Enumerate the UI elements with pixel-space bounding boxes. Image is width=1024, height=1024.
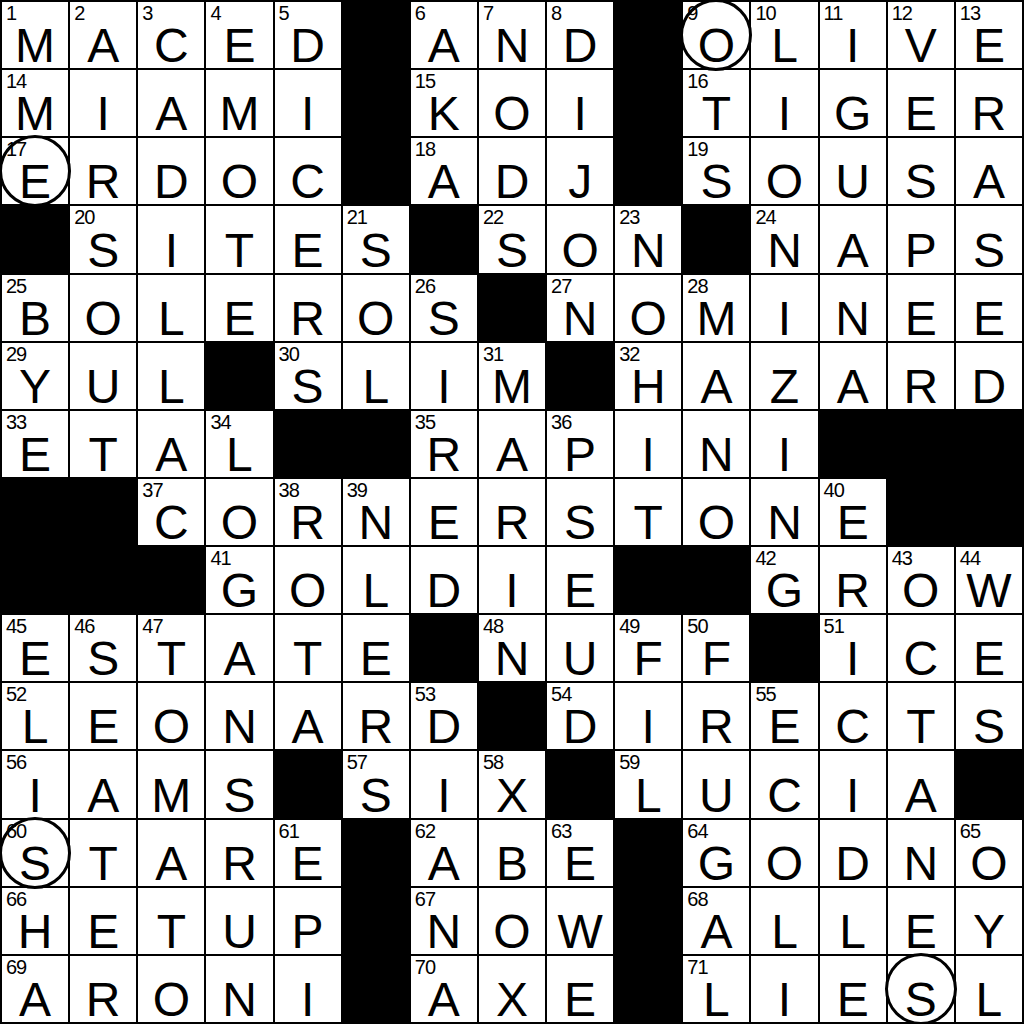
cell-r12c11[interactable]: U (683, 751, 749, 817)
cell-r5c14[interactable]: E (888, 275, 954, 341)
cell-r11c1[interactable]: 52L (2, 683, 68, 749)
cell-r15c15[interactable]: L (956, 956, 1022, 1022)
cell-r4c2[interactable]: 20S (70, 206, 136, 272)
clue-number: 43 (892, 548, 912, 569)
cell-r12c2[interactable]: A (70, 751, 136, 817)
cell-letter: D (411, 567, 477, 615)
cell-letter: E (888, 295, 954, 343)
cell-r8c10[interactable]: T (615, 479, 681, 545)
black-square-r1c6 (343, 2, 409, 68)
clue-number: 54 (551, 684, 571, 705)
cell-r15c2[interactable]: R (70, 956, 136, 1022)
clue-number: 30 (279, 344, 299, 365)
cell-letter: I (547, 90, 613, 138)
black-square-r10c7 (411, 615, 477, 681)
cell-r3c7[interactable]: 18A (411, 138, 477, 204)
cell-r2c15[interactable]: R (956, 70, 1022, 136)
cell-r9c7[interactable]: D (411, 547, 477, 613)
cell-r14c4[interactable]: U (206, 888, 272, 954)
cell-r3c15[interactable]: A (956, 138, 1022, 204)
cell-r4c14[interactable]: P (888, 206, 954, 272)
cell-r11c11[interactable]: R (683, 683, 749, 749)
black-square-r1c10 (615, 2, 681, 68)
cell-r9c9[interactable]: E (547, 547, 613, 613)
cell-r12c7[interactable]: I (411, 751, 477, 817)
cell-r5c13[interactable]: N (820, 275, 886, 341)
cell-letter: W (547, 908, 613, 956)
cell-r13c3[interactable]: A (138, 820, 204, 886)
cell-letter: O (138, 703, 204, 751)
cell-letter: M (683, 295, 749, 343)
black-square-r7c15 (956, 411, 1022, 477)
cell-letter: N (206, 703, 272, 751)
cell-r13c5[interactable]: 61E (275, 820, 341, 886)
black-square-r8c1 (2, 479, 68, 545)
cell-r14c5[interactable]: P (275, 888, 341, 954)
cell-r10c3[interactable]: 47T (138, 615, 204, 681)
cell-r13c1[interactable]: 60S (2, 820, 68, 886)
cell-r9c12[interactable]: 42G (751, 547, 817, 613)
cell-r4c8[interactable]: 22S (479, 206, 545, 272)
cell-r12c6[interactable]: 57S (343, 751, 409, 817)
cell-r14c9[interactable]: W (547, 888, 613, 954)
cell-letter: O (956, 840, 1022, 888)
cell-r10c5[interactable]: T (275, 615, 341, 681)
cell-r5c9[interactable]: 27N (547, 275, 613, 341)
cell-r10c10[interactable]: 49F (615, 615, 681, 681)
cell-r11c6[interactable]: R (343, 683, 409, 749)
cell-r13c4[interactable]: R (206, 820, 272, 886)
cell-r13c15[interactable]: 65O (956, 820, 1022, 886)
cell-r15c1[interactable]: 69A (2, 956, 68, 1022)
cell-letter: T (138, 908, 204, 956)
cell-r13c7[interactable]: 62A (411, 820, 477, 886)
cell-r3c5[interactable]: C (275, 138, 341, 204)
cell-letter: G (206, 567, 272, 615)
cell-letter: E (820, 976, 886, 1024)
cell-r7c8[interactable]: A (479, 411, 545, 477)
clue-number: 66 (6, 889, 26, 910)
cell-r6c6[interactable]: L (343, 343, 409, 409)
cell-letter: A (683, 363, 749, 411)
cell-r10c1[interactable]: 45E (2, 615, 68, 681)
black-square-r9c3 (138, 547, 204, 613)
cell-r5c5[interactable]: R (275, 275, 341, 341)
cell-r12c12[interactable]: C (751, 751, 817, 817)
cell-r11c13[interactable]: C (820, 683, 886, 749)
cell-r10c15[interactable]: E (956, 615, 1022, 681)
cell-r5c2[interactable]: O (70, 275, 136, 341)
cell-r6c2[interactable]: U (70, 343, 136, 409)
cell-letter: S (70, 635, 136, 683)
cell-r1c2[interactable]: 2A (70, 2, 136, 68)
cell-r10c14[interactable]: C (888, 615, 954, 681)
cell-r5c15[interactable]: E (956, 275, 1022, 341)
cell-letter: I (820, 22, 886, 70)
cell-r1c13[interactable]: 11I (820, 2, 886, 68)
cell-r15c7[interactable]: 70A (411, 956, 477, 1022)
cell-letter: F (683, 635, 749, 683)
cell-r4c15[interactable]: S (956, 206, 1022, 272)
cell-r3c8[interactable]: D (479, 138, 545, 204)
black-square-r7c13 (820, 411, 886, 477)
cell-r6c11[interactable]: A (683, 343, 749, 409)
cell-r5c12[interactable]: I (751, 275, 817, 341)
black-square-r15c6 (343, 956, 409, 1022)
cell-r1c1[interactable]: 1M (2, 2, 68, 68)
cell-r8c5[interactable]: 38R (275, 479, 341, 545)
clue-number: 65 (960, 821, 980, 842)
cell-r9c15[interactable]: 44W (956, 547, 1022, 613)
cell-r6c5[interactable]: 30S (275, 343, 341, 409)
black-square-r7c6 (343, 411, 409, 477)
cell-r9c8[interactable]: I (479, 547, 545, 613)
cell-r2c14[interactable]: E (888, 70, 954, 136)
cell-r7c9[interactable]: 36P (547, 411, 613, 477)
cell-letter: S (683, 158, 749, 206)
cell-letter: C (751, 772, 817, 820)
cell-r8c6[interactable]: 39N (343, 479, 409, 545)
cell-r14c3[interactable]: T (138, 888, 204, 954)
cell-r4c3[interactable]: I (138, 206, 204, 272)
cell-letter: X (479, 772, 545, 820)
clue-number: 34 (210, 412, 230, 433)
cell-letter: N (547, 295, 613, 343)
cell-r14c7[interactable]: 67N (411, 888, 477, 954)
cell-r4c4[interactable]: T (206, 206, 272, 272)
cell-r5c11[interactable]: 28M (683, 275, 749, 341)
cell-r3c13[interactable]: U (820, 138, 886, 204)
cell-letter: T (683, 90, 749, 138)
cell-r4c9[interactable]: O (547, 206, 613, 272)
cell-letter: I (138, 227, 204, 275)
cell-letter: A (138, 90, 204, 138)
cell-r7c10[interactable]: I (615, 411, 681, 477)
cell-r10c6[interactable]: E (343, 615, 409, 681)
cell-r2c1[interactable]: 14M (2, 70, 68, 136)
cell-letter: I (615, 703, 681, 751)
cell-r9c4[interactable]: 41G (206, 547, 272, 613)
cell-letter: O (547, 227, 613, 275)
cell-r11c10[interactable]: I (615, 683, 681, 749)
cell-r13c2[interactable]: T (70, 820, 136, 886)
cell-r15c5[interactable]: I (275, 956, 341, 1022)
cell-letter: L (138, 295, 204, 343)
cell-r3c4[interactable]: O (206, 138, 272, 204)
cell-r12c10[interactable]: 59L (615, 751, 681, 817)
cell-r11c14[interactable]: T (888, 683, 954, 749)
cell-r15c3[interactable]: O (138, 956, 204, 1022)
cell-r13c12[interactable]: O (751, 820, 817, 886)
clue-number: 56 (6, 752, 26, 773)
cell-r15c4[interactable]: N (206, 956, 272, 1022)
cell-r10c11[interactable]: 50F (683, 615, 749, 681)
black-square-r15c10 (615, 956, 681, 1022)
cell-r14c14[interactable]: E (888, 888, 954, 954)
cell-r2c2[interactable]: I (70, 70, 136, 136)
cell-letter: O (683, 22, 749, 70)
cell-r10c4[interactable]: A (206, 615, 272, 681)
cell-letter: E (956, 635, 1022, 683)
cell-r7c3[interactable]: A (138, 411, 204, 477)
cell-letter: E (206, 295, 272, 343)
cell-r14c1[interactable]: 66H (2, 888, 68, 954)
cell-r3c1[interactable]: 17E (2, 138, 68, 204)
cell-r11c9[interactable]: 54D (547, 683, 613, 749)
cell-r13c8[interactable]: B (479, 820, 545, 886)
cell-r11c3[interactable]: O (138, 683, 204, 749)
cell-r5c6[interactable]: O (343, 275, 409, 341)
clue-number: 32 (619, 344, 639, 365)
cell-letter: O (683, 499, 749, 547)
cell-r13c11[interactable]: 64G (683, 820, 749, 886)
cell-r11c15[interactable]: S (956, 683, 1022, 749)
cell-r1c3[interactable]: 3C (138, 2, 204, 68)
cell-letter: H (2, 908, 68, 956)
clue-number: 19 (687, 139, 707, 160)
cell-r4c6[interactable]: 21S (343, 206, 409, 272)
cell-letter: J (547, 158, 613, 206)
cell-letter: T (70, 840, 136, 888)
clue-number: 24 (755, 207, 775, 228)
cell-r7c11[interactable]: N (683, 411, 749, 477)
cell-r8c8[interactable]: R (479, 479, 545, 545)
cell-r12c14[interactable]: A (888, 751, 954, 817)
cell-r2c5[interactable]: I (275, 70, 341, 136)
clue-number: 5 (279, 3, 289, 24)
cell-letter: A (479, 431, 545, 479)
cell-r7c1[interactable]: 33E (2, 411, 68, 477)
cell-letter: D (479, 158, 545, 206)
cell-letter: P (547, 431, 613, 479)
cell-r8c3[interactable]: 37C (138, 479, 204, 545)
cell-r8c7[interactable]: E (411, 479, 477, 545)
cell-letter: O (615, 295, 681, 343)
cell-r10c2[interactable]: 46S (70, 615, 136, 681)
cell-r10c8[interactable]: 48N (479, 615, 545, 681)
cell-letter: T (138, 635, 204, 683)
cell-r1c15[interactable]: 13E (956, 2, 1022, 68)
cell-r6c15[interactable]: D (956, 343, 1022, 409)
cell-r4c5[interactable]: E (275, 206, 341, 272)
cell-letter: N (206, 976, 272, 1024)
cell-r3c9[interactable]: J (547, 138, 613, 204)
clue-number: 4 (210, 3, 220, 24)
cell-r1c9[interactable]: 8D (547, 2, 613, 68)
cell-r7c7[interactable]: 35R (411, 411, 477, 477)
cell-r3c2[interactable]: R (70, 138, 136, 204)
cell-r14c15[interactable]: Y (956, 888, 1022, 954)
cell-letter: R (70, 158, 136, 206)
cell-letter: O (70, 295, 136, 343)
cell-letter: A (275, 703, 341, 751)
cell-letter: E (2, 635, 68, 683)
cell-r15c8[interactable]: X (479, 956, 545, 1022)
cell-r12c8[interactable]: 58X (479, 751, 545, 817)
cell-letter: C (138, 499, 204, 547)
black-square-r14c10 (615, 888, 681, 954)
cell-letter: E (547, 976, 613, 1024)
cell-r2c7[interactable]: 15K (411, 70, 477, 136)
cell-letter: A (820, 227, 886, 275)
cell-r11c5[interactable]: A (275, 683, 341, 749)
cell-r12c1[interactable]: 56I (2, 751, 68, 817)
cell-r13c9[interactable]: 63E (547, 820, 613, 886)
cell-r12c3[interactable]: M (138, 751, 204, 817)
cell-r15c13[interactable]: E (820, 956, 886, 1022)
cell-letter: O (206, 499, 272, 547)
black-square-r12c9 (547, 751, 613, 817)
cell-r9c6[interactable]: L (343, 547, 409, 613)
cell-r8c4[interactable]: O (206, 479, 272, 545)
cell-letter: L (343, 363, 409, 411)
cell-r7c2[interactable]: T (70, 411, 136, 477)
cell-r8c11[interactable]: O (683, 479, 749, 545)
cell-letter: G (683, 840, 749, 888)
cell-letter: D (956, 363, 1022, 411)
cell-letter: C (820, 703, 886, 751)
cell-letter: S (888, 158, 954, 206)
cell-letter: C (138, 22, 204, 70)
cell-r9c14[interactable]: 43O (888, 547, 954, 613)
clue-number: 69 (6, 957, 26, 978)
cell-r2c11[interactable]: 16T (683, 70, 749, 136)
cell-r14c13[interactable]: L (820, 888, 886, 954)
cell-letter: E (547, 840, 613, 888)
cell-r11c4[interactable]: N (206, 683, 272, 749)
cell-letter: T (888, 703, 954, 751)
cell-r5c7[interactable]: 26S (411, 275, 477, 341)
cell-letter: L (683, 976, 749, 1024)
cell-letter: N (615, 227, 681, 275)
cell-letter: I (820, 635, 886, 683)
cell-r15c11[interactable]: 71L (683, 956, 749, 1022)
cell-r2c9[interactable]: I (547, 70, 613, 136)
cell-r12c13[interactable]: I (820, 751, 886, 817)
cell-letter: L (820, 908, 886, 956)
cell-r6c7[interactable]: I (411, 343, 477, 409)
cell-r5c1[interactable]: 25B (2, 275, 68, 341)
cell-r13c13[interactable]: D (820, 820, 886, 886)
cell-r2c4[interactable]: M (206, 70, 272, 136)
cell-r15c14[interactable]: S (888, 956, 954, 1022)
clue-number: 45 (6, 616, 26, 637)
clue-number: 47 (142, 616, 162, 637)
clue-number: 48 (483, 616, 503, 637)
cell-r8c13[interactable]: 40E (820, 479, 886, 545)
cell-r1c8[interactable]: 7N (479, 2, 545, 68)
cell-r1c7[interactable]: 6A (411, 2, 477, 68)
cell-letter: A (683, 908, 749, 956)
cell-r4c12[interactable]: 24N (751, 206, 817, 272)
cell-letter: A (956, 158, 1022, 206)
cell-r10c13[interactable]: 51I (820, 615, 886, 681)
cell-r11c2[interactable]: E (70, 683, 136, 749)
cell-r11c12[interactable]: 55E (751, 683, 817, 749)
cell-r13c14[interactable]: N (888, 820, 954, 886)
cell-r3c14[interactable]: S (888, 138, 954, 204)
cell-r5c10[interactable]: O (615, 275, 681, 341)
cell-r10c9[interactable]: U (547, 615, 613, 681)
cell-letter: C (888, 635, 954, 683)
clue-number: 64 (687, 821, 707, 842)
cell-r2c8[interactable]: O (479, 70, 545, 136)
cell-r14c11[interactable]: 68A (683, 888, 749, 954)
cell-r2c12[interactable]: I (751, 70, 817, 136)
cell-letter: E (888, 908, 954, 956)
cell-r3c12[interactable]: O (751, 138, 817, 204)
cell-letter: O (206, 158, 272, 206)
clue-number: 15 (415, 71, 435, 92)
cell-r14c8[interactable]: O (479, 888, 545, 954)
cell-letter: N (411, 908, 477, 956)
clue-number: 25 (6, 276, 26, 297)
cell-r7c12[interactable]: I (751, 411, 817, 477)
cell-r6c8[interactable]: 31M (479, 343, 545, 409)
cell-r9c13[interactable]: R (820, 547, 886, 613)
cell-r8c12[interactable]: N (751, 479, 817, 545)
cell-r5c3[interactable]: L (138, 275, 204, 341)
cell-r1c11[interactable]: 9O (683, 2, 749, 68)
cell-letter: Y (956, 908, 1022, 956)
crossword-grid: 1M2A3C4E5D6A7N8D9O10L11I12V13E14MIAMI15K… (0, 0, 1024, 1024)
cell-r1c5[interactable]: 5D (275, 2, 341, 68)
cell-letter: O (343, 295, 409, 343)
cell-r6c14[interactable]: R (888, 343, 954, 409)
cell-r6c10[interactable]: 32H (615, 343, 681, 409)
cell-letter: S (479, 227, 545, 275)
cell-r2c13[interactable]: G (820, 70, 886, 136)
cell-r12c4[interactable]: S (206, 751, 272, 817)
black-square-r10c12 (751, 615, 817, 681)
cell-r1c4[interactable]: 4E (206, 2, 272, 68)
cell-r3c3[interactable]: D (138, 138, 204, 204)
cell-r8c9[interactable]: S (547, 479, 613, 545)
cell-letter: O (275, 567, 341, 615)
cell-letter: E (547, 567, 613, 615)
cell-r1c12[interactable]: 10L (751, 2, 817, 68)
cell-letter: M (2, 90, 68, 138)
cell-letter: S (956, 227, 1022, 275)
cell-r9c5[interactable]: O (275, 547, 341, 613)
cell-letter: E (275, 227, 341, 275)
cell-r6c13[interactable]: A (820, 343, 886, 409)
cell-r11c7[interactable]: 53D (411, 683, 477, 749)
cell-r2c3[interactable]: A (138, 70, 204, 136)
cell-r5c4[interactable]: E (206, 275, 272, 341)
cell-r6c12[interactable]: Z (751, 343, 817, 409)
cell-letter: R (479, 499, 545, 547)
cell-r7c4[interactable]: 34L (206, 411, 272, 477)
cell-r4c10[interactable]: 23N (615, 206, 681, 272)
cell-r15c12[interactable]: I (751, 956, 817, 1022)
cell-r6c1[interactable]: 29Y (2, 343, 68, 409)
cell-r15c9[interactable]: E (547, 956, 613, 1022)
cell-r1c14[interactable]: 12V (888, 2, 954, 68)
cell-letter: N (751, 227, 817, 275)
cell-letter: I (70, 90, 136, 138)
cell-r3c11[interactable]: 19S (683, 138, 749, 204)
cell-letter: L (206, 431, 272, 479)
cell-letter: N (479, 22, 545, 70)
cell-letter: O (479, 90, 545, 138)
cell-letter: O (751, 840, 817, 888)
cell-r14c12[interactable]: L (751, 888, 817, 954)
cell-r4c13[interactable]: A (820, 206, 886, 272)
cell-r6c3[interactable]: L (138, 343, 204, 409)
clue-number: 57 (347, 752, 367, 773)
cell-r14c2[interactable]: E (70, 888, 136, 954)
